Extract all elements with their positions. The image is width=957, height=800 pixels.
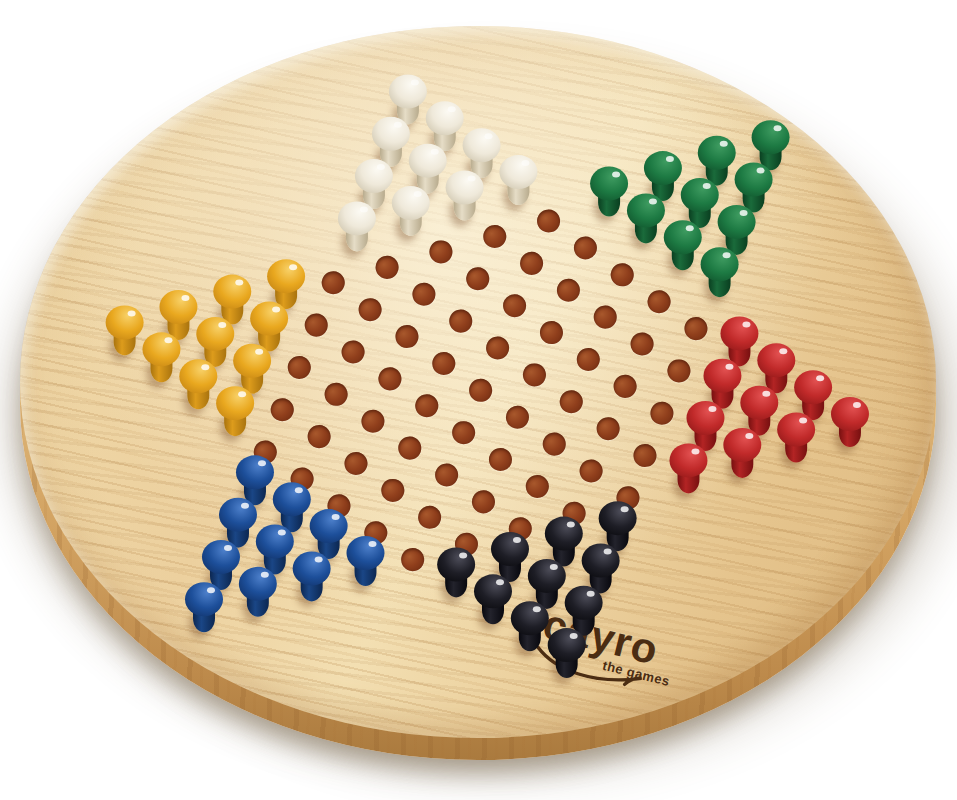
board-cell: [405, 273, 442, 315]
peg-head: [723, 428, 761, 462]
hole[interactable]: [644, 287, 672, 315]
hole[interactable]: [372, 253, 400, 281]
peg-yellow[interactable]: [106, 305, 134, 361]
peg-white[interactable]: [338, 201, 366, 257]
peg-blue[interactable]: [346, 536, 374, 592]
peg-green[interactable]: [627, 193, 655, 249]
peg-head: [267, 259, 305, 293]
hole[interactable]: [409, 280, 437, 308]
hole[interactable]: [463, 264, 491, 292]
board-cell: [677, 307, 714, 349]
board-cell: [549, 269, 586, 311]
hole[interactable]: [412, 391, 440, 419]
hole[interactable]: [537, 318, 565, 346]
board-cell: [476, 215, 513, 257]
hole[interactable]: [647, 399, 675, 427]
peg-head: [627, 193, 665, 227]
peg-head: [219, 498, 257, 532]
board-cell: [824, 415, 861, 457]
board-cell: [643, 392, 680, 434]
board-cell: [572, 450, 609, 492]
peg-head: [202, 540, 240, 574]
board-cell: [351, 288, 388, 330]
board-cell: [340, 554, 377, 596]
board-cell: [331, 219, 368, 261]
board-cell: [408, 384, 445, 426]
peg-head: [346, 536, 384, 570]
peg-head: [752, 120, 790, 154]
board-cell: [620, 211, 657, 253]
peg-white[interactable]: [446, 171, 474, 227]
hole[interactable]: [449, 418, 477, 446]
peg-head: [437, 547, 475, 581]
peg-red[interactable]: [723, 428, 751, 484]
peg-head: [310, 509, 348, 543]
board-cell: [479, 327, 516, 369]
hole[interactable]: [378, 476, 406, 504]
peg-head: [213, 275, 251, 309]
hole[interactable]: [398, 545, 426, 573]
board-cell: [770, 430, 807, 472]
peg-head: [355, 159, 393, 193]
game-board: cayro the games: [20, 26, 936, 738]
hole[interactable]: [304, 422, 332, 450]
hole[interactable]: [573, 345, 601, 373]
peg-head: [669, 443, 707, 477]
hole[interactable]: [627, 329, 655, 357]
peg-head: [185, 582, 223, 616]
board-cell: [663, 461, 700, 503]
board-cell: [586, 296, 623, 338]
hole[interactable]: [571, 233, 599, 261]
peg-head: [293, 551, 331, 585]
peg-head: [777, 413, 815, 447]
board-cell: [385, 204, 422, 246]
hole[interactable]: [284, 353, 312, 381]
peg-green[interactable]: [701, 247, 729, 303]
hole[interactable]: [556, 387, 584, 415]
board-cell: [493, 173, 530, 215]
board-cell: [496, 284, 533, 326]
board-cell: [300, 415, 337, 457]
hole[interactable]: [301, 311, 329, 339]
hole[interactable]: [517, 249, 545, 277]
peg-head: [239, 567, 277, 601]
board-cell: [430, 565, 467, 607]
hole[interactable]: [539, 430, 567, 458]
board-cell: [462, 369, 499, 411]
board-cell: [209, 404, 246, 446]
peg-head: [720, 316, 758, 350]
peg-head: [392, 186, 430, 220]
hole[interactable]: [630, 441, 658, 469]
board-cell: [297, 304, 334, 346]
hole[interactable]: [520, 360, 548, 388]
peg-head: [545, 517, 583, 551]
peg-head: [159, 290, 197, 324]
board-cell: [337, 442, 374, 484]
board-cell: [173, 377, 210, 419]
board-cell: [640, 280, 677, 322]
peg-red[interactable]: [777, 413, 805, 469]
peg-head: [474, 574, 512, 608]
board-cell: [428, 453, 465, 495]
board-cell: [552, 380, 589, 422]
hole[interactable]: [610, 372, 638, 400]
hole[interactable]: [554, 276, 582, 304]
board-cell: [583, 184, 620, 226]
hole[interactable]: [267, 395, 295, 423]
peg-head: [590, 167, 628, 201]
board-cell: [411, 496, 448, 538]
hole[interactable]: [593, 414, 621, 442]
peg-head: [757, 343, 795, 377]
hole[interactable]: [446, 307, 474, 335]
board-cell: [445, 411, 482, 453]
peg-head: [582, 543, 620, 577]
peg-head: [511, 601, 549, 635]
peg-black[interactable]: [548, 628, 576, 684]
peg-red[interactable]: [669, 443, 697, 499]
hole[interactable]: [534, 206, 562, 234]
peg-yellow[interactable]: [142, 332, 170, 388]
board-cell: [232, 584, 269, 626]
hole[interactable]: [664, 356, 692, 384]
peg-head: [409, 144, 447, 178]
peg-head: [491, 532, 529, 566]
board-cell: [334, 330, 371, 372]
board-cell: [286, 569, 323, 611]
peg-head: [106, 305, 144, 339]
board-cell: [569, 338, 606, 380]
hole[interactable]: [358, 407, 386, 435]
hole[interactable]: [500, 291, 528, 319]
peg-head: [599, 501, 637, 535]
hole[interactable]: [469, 487, 497, 515]
peg-head: [499, 155, 537, 189]
board-cell: [566, 226, 603, 268]
peg-white[interactable]: [499, 155, 527, 211]
board-cell: [368, 246, 405, 288]
peg-black[interactable]: [511, 601, 539, 657]
peg-head: [389, 74, 427, 108]
board-cell: [388, 315, 425, 357]
board-cell: [603, 253, 640, 295]
board-cell: [467, 592, 504, 634]
board-cell: [425, 342, 462, 384]
peg-red[interactable]: [831, 397, 859, 453]
peg-blue[interactable]: [293, 551, 321, 607]
board-cell: [498, 396, 535, 438]
hole[interactable]: [483, 333, 511, 361]
peg-black[interactable]: [474, 574, 502, 630]
hole[interactable]: [576, 456, 604, 484]
peg-head: [831, 397, 869, 431]
peg-head: [718, 205, 756, 239]
peg-black[interactable]: [437, 547, 465, 603]
board-cell: [694, 265, 731, 307]
hole[interactable]: [590, 303, 618, 331]
peg-blue[interactable]: [239, 567, 267, 623]
peg-head: [664, 220, 702, 254]
board-cell: [717, 446, 754, 488]
hole[interactable]: [429, 349, 457, 377]
peg-yellow[interactable]: [179, 359, 207, 415]
hole[interactable]: [341, 449, 369, 477]
board-cell: [513, 242, 550, 284]
board-cell: [660, 349, 697, 391]
peg-head: [196, 317, 234, 351]
board-cell: [532, 311, 569, 353]
board-cell: [606, 365, 643, 407]
board-cell: [464, 480, 501, 522]
peg-head: [463, 128, 501, 162]
peg-green[interactable]: [590, 167, 618, 223]
board-cell: [439, 188, 476, 230]
peg-head: [426, 101, 464, 135]
hole[interactable]: [355, 295, 383, 323]
board-cell: [136, 350, 173, 392]
board-cell: [391, 427, 428, 469]
peg-head: [698, 136, 736, 170]
peg-head: [273, 482, 311, 516]
peg-head: [703, 359, 741, 393]
hole[interactable]: [522, 472, 550, 500]
peg-yellow[interactable]: [216, 386, 244, 442]
board-photo: cayro the games: [0, 0, 957, 800]
board-cell: [314, 261, 351, 303]
hole[interactable]: [486, 445, 514, 473]
peg-head: [686, 401, 724, 435]
hole[interactable]: [415, 503, 443, 531]
peg-head: [565, 586, 603, 620]
peg-head: [681, 178, 719, 212]
board-cell: [280, 346, 317, 388]
peg-head: [256, 525, 294, 559]
peg-head: [548, 628, 586, 662]
peg-head: [794, 370, 832, 404]
peg-head: [372, 117, 410, 151]
peg-head: [233, 344, 271, 378]
board-cell: [99, 323, 136, 365]
peg-head: [740, 386, 778, 420]
board-cell: [515, 353, 552, 395]
peg-head: [735, 163, 773, 197]
board-cell: [481, 438, 518, 480]
peg-white[interactable]: [392, 186, 420, 242]
peg-green[interactable]: [664, 220, 692, 276]
board-cell: [535, 423, 572, 465]
board-cell: [504, 619, 541, 661]
hole[interactable]: [466, 376, 494, 404]
hole[interactable]: [392, 322, 420, 350]
peg-head: [446, 171, 484, 205]
hole[interactable]: [681, 314, 709, 342]
peg-head: [179, 359, 217, 393]
hole[interactable]: [432, 460, 460, 488]
peg-head: [142, 332, 180, 366]
board-cell: [442, 300, 479, 342]
peg-blue[interactable]: [185, 582, 213, 638]
hole[interactable]: [321, 380, 349, 408]
hole[interactable]: [607, 260, 635, 288]
hole[interactable]: [375, 364, 403, 392]
hole[interactable]: [318, 268, 346, 296]
peg-head: [528, 559, 566, 593]
hole[interactable]: [395, 434, 423, 462]
board-cell: [459, 257, 496, 299]
hole[interactable]: [426, 237, 454, 265]
board-cell: [263, 388, 300, 430]
board-cell: [626, 434, 663, 476]
board-cell: [178, 600, 215, 642]
peg-head: [701, 247, 739, 281]
board-cell: [394, 538, 431, 580]
board-cell: [422, 230, 459, 272]
board-cell: [589, 407, 626, 449]
board-cell: [541, 646, 578, 688]
board-cell: [371, 357, 408, 399]
board-cell: [374, 469, 411, 511]
hole[interactable]: [338, 337, 366, 365]
hole[interactable]: [503, 403, 531, 431]
peg-head: [236, 455, 274, 489]
hole[interactable]: [480, 222, 508, 250]
peg-head: [250, 301, 288, 335]
board-cell: [317, 373, 354, 415]
board-cell: [657, 238, 694, 280]
peg-head: [338, 201, 376, 235]
peg-head: [216, 386, 254, 420]
board-cell: [518, 465, 555, 507]
board-cell: [354, 400, 391, 442]
board-cell: [623, 323, 660, 365]
board-cell: [530, 200, 567, 242]
peg-head: [644, 151, 682, 185]
